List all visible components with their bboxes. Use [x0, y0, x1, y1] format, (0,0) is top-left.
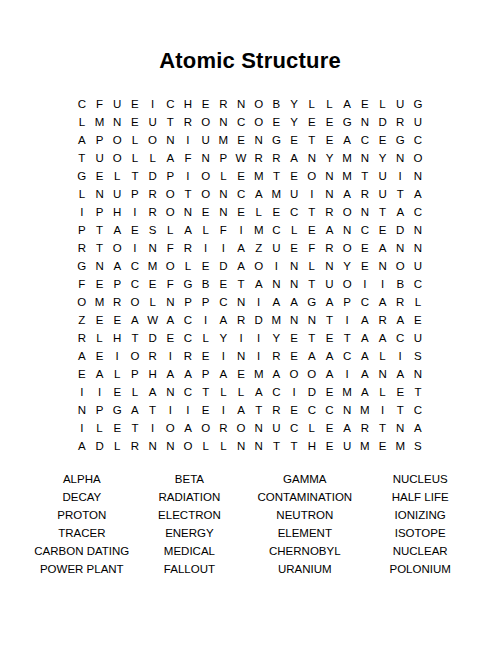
grid-cell[interactable]: E — [409, 311, 427, 329]
grid-cell[interactable]: O — [179, 437, 197, 455]
grid-cell[interactable]: R — [250, 149, 268, 167]
grid-cell[interactable]: I — [126, 239, 144, 257]
grid-cell[interactable]: E — [126, 113, 144, 131]
grid-cell[interactable]: A — [356, 383, 374, 401]
grid-cell[interactable]: A — [391, 311, 409, 329]
grid-cell[interactable]: H — [179, 95, 197, 113]
grid-cell[interactable]: N — [250, 131, 268, 149]
grid-cell[interactable]: T — [303, 275, 321, 293]
grid-cell[interactable]: T — [303, 131, 321, 149]
grid-cell[interactable]: C — [126, 257, 144, 275]
grid-cell[interactable]: O — [73, 293, 91, 311]
grid-cell[interactable]: R — [179, 113, 197, 131]
grid-cell[interactable]: G — [179, 275, 197, 293]
grid-cell[interactable]: E — [321, 329, 339, 347]
grid-cell[interactable]: N — [215, 203, 233, 221]
grid-cell[interactable]: N — [409, 239, 427, 257]
grid-cell[interactable]: A — [409, 419, 427, 437]
grid-cell[interactable]: T — [268, 167, 286, 185]
grid-cell[interactable]: L — [91, 329, 109, 347]
grid-cell[interactable]: I — [215, 347, 233, 365]
grid-cell[interactable]: Y — [338, 257, 356, 275]
grid-cell[interactable]: G — [409, 95, 427, 113]
grid-cell[interactable]: M — [250, 221, 268, 239]
grid-cell[interactable]: C — [268, 383, 286, 401]
grid-cell[interactable]: I — [197, 311, 215, 329]
grid-cell[interactable]: N — [338, 221, 356, 239]
grid-cell[interactable]: I — [161, 401, 179, 419]
grid-cell[interactable]: A — [108, 221, 126, 239]
grid-cell[interactable]: U — [374, 185, 392, 203]
grid-cell[interactable]: L — [197, 329, 215, 347]
grid-cell[interactable]: I — [356, 275, 374, 293]
grid-cell[interactable]: G — [338, 113, 356, 131]
grid-cell[interactable]: E — [356, 257, 374, 275]
grid-cell[interactable]: E — [285, 347, 303, 365]
grid-cell[interactable]: A — [285, 149, 303, 167]
grid-cell[interactable]: N — [250, 419, 268, 437]
grid-cell[interactable]: I — [374, 401, 392, 419]
grid-cell[interactable]: U — [409, 257, 427, 275]
grid-cell[interactable]: S — [144, 221, 162, 239]
grid-cell[interactable]: A — [144, 383, 162, 401]
grid-cell[interactable]: N — [232, 437, 250, 455]
grid-cell[interactable]: I — [161, 347, 179, 365]
grid-cell[interactable]: E — [126, 221, 144, 239]
grid-cell[interactable]: A — [391, 203, 409, 221]
grid-cell[interactable]: N — [285, 257, 303, 275]
grid-cell[interactable]: I — [338, 311, 356, 329]
grid-cell[interactable]: N — [161, 293, 179, 311]
grid-cell[interactable]: E — [197, 203, 215, 221]
grid-cell[interactable]: U — [144, 113, 162, 131]
grid-cell[interactable]: E — [232, 365, 250, 383]
grid-cell[interactable]: T — [356, 167, 374, 185]
grid-cell[interactable]: C — [356, 221, 374, 239]
grid-cell[interactable]: T — [250, 401, 268, 419]
grid-cell[interactable]: U — [108, 185, 126, 203]
grid-cell[interactable]: N — [161, 437, 179, 455]
grid-cell[interactable]: N — [356, 149, 374, 167]
grid-cell[interactable]: L — [303, 95, 321, 113]
grid-cell[interactable]: M — [338, 167, 356, 185]
grid-cell[interactable]: M — [250, 167, 268, 185]
grid-cell[interactable]: O — [303, 365, 321, 383]
grid-cell[interactable]: G — [303, 293, 321, 311]
grid-cell[interactable]: S — [409, 347, 427, 365]
grid-cell[interactable]: U — [409, 113, 427, 131]
grid-cell[interactable]: N — [197, 149, 215, 167]
grid-cell[interactable]: L — [144, 293, 162, 311]
grid-cell[interactable]: F — [161, 239, 179, 257]
grid-cell[interactable]: A — [321, 365, 339, 383]
grid-cell[interactable]: I — [374, 275, 392, 293]
grid-cell[interactable]: I — [232, 329, 250, 347]
grid-cell[interactable]: M — [356, 401, 374, 419]
grid-cell[interactable]: N — [391, 149, 409, 167]
grid-cell[interactable]: E — [356, 95, 374, 113]
grid-cell[interactable]: U — [409, 329, 427, 347]
grid-cell[interactable]: N — [232, 95, 250, 113]
grid-cell[interactable]: E — [232, 131, 250, 149]
grid-cell[interactable]: C — [409, 275, 427, 293]
grid-cell[interactable]: T — [321, 311, 339, 329]
grid-cell[interactable]: L — [409, 293, 427, 311]
grid-cell[interactable]: O — [161, 203, 179, 221]
grid-cell[interactable]: O — [232, 419, 250, 437]
grid-cell[interactable]: M — [268, 311, 286, 329]
grid-cell[interactable]: I — [73, 203, 91, 221]
grid-cell[interactable]: R — [108, 293, 126, 311]
grid-cell[interactable]: O — [250, 257, 268, 275]
grid-cell[interactable]: T — [303, 329, 321, 347]
grid-cell[interactable]: A — [179, 221, 197, 239]
grid-cell[interactable]: H — [108, 203, 126, 221]
grid-cell[interactable]: T — [91, 239, 109, 257]
grid-cell[interactable]: L — [108, 365, 126, 383]
grid-cell[interactable]: D — [250, 311, 268, 329]
grid-cell[interactable]: C — [161, 95, 179, 113]
grid-cell[interactable]: P — [126, 185, 144, 203]
grid-cell[interactable]: Y — [374, 149, 392, 167]
grid-cell[interactable]: D — [144, 167, 162, 185]
grid-cell[interactable]: P — [91, 203, 109, 221]
grid-cell[interactable]: E — [91, 347, 109, 365]
grid-cell[interactable]: L — [126, 149, 144, 167]
grid-cell[interactable]: Y — [321, 149, 339, 167]
grid-cell[interactable]: N — [232, 347, 250, 365]
grid-cell[interactable]: U — [197, 131, 215, 149]
grid-cell[interactable]: L — [197, 437, 215, 455]
grid-cell[interactable]: R — [144, 185, 162, 203]
grid-cell[interactable]: C — [268, 221, 286, 239]
grid-cell[interactable]: I — [268, 257, 286, 275]
grid-cell[interactable]: L — [215, 167, 233, 185]
grid-cell[interactable]: L — [91, 419, 109, 437]
grid-cell[interactable]: I — [73, 383, 91, 401]
grid-cell[interactable]: E — [108, 419, 126, 437]
grid-cell[interactable]: I — [108, 347, 126, 365]
grid-cell[interactable]: T — [144, 401, 162, 419]
grid-cell[interactable]: M — [91, 293, 109, 311]
grid-cell[interactable]: A — [250, 185, 268, 203]
grid-cell[interactable]: E — [144, 275, 162, 293]
grid-cell[interactable]: H — [303, 437, 321, 455]
grid-cell[interactable]: L — [374, 383, 392, 401]
grid-cell[interactable]: E — [285, 329, 303, 347]
grid-cell[interactable]: E — [91, 167, 109, 185]
grid-cell[interactable]: C — [179, 311, 197, 329]
grid-cell[interactable]: A — [268, 293, 286, 311]
grid-cell[interactable]: N — [321, 257, 339, 275]
grid-cell[interactable]: T — [179, 185, 197, 203]
grid-cell[interactable]: N — [391, 419, 409, 437]
grid-cell[interactable]: L — [250, 203, 268, 221]
grid-cell[interactable]: R — [321, 203, 339, 221]
grid-cell[interactable]: F — [161, 275, 179, 293]
grid-cell[interactable]: N — [215, 113, 233, 131]
grid-cell[interactable]: E — [285, 401, 303, 419]
grid-cell[interactable]: I — [215, 239, 233, 257]
grid-cell[interactable]: R — [144, 203, 162, 221]
grid-cell[interactable]: D — [374, 113, 392, 131]
grid-cell[interactable]: T — [391, 185, 409, 203]
grid-cell[interactable]: C — [126, 275, 144, 293]
grid-cell[interactable]: U — [374, 167, 392, 185]
grid-cell[interactable]: R — [126, 437, 144, 455]
grid-cell[interactable]: T — [126, 419, 144, 437]
grid-cell[interactable]: E — [321, 131, 339, 149]
grid-cell[interactable]: B — [197, 275, 215, 293]
grid-cell[interactable]: F — [91, 95, 109, 113]
grid-cell[interactable]: Z — [73, 311, 91, 329]
grid-cell[interactable]: E — [321, 437, 339, 455]
grid-cell[interactable]: O — [126, 293, 144, 311]
grid-cell[interactable]: T — [197, 383, 215, 401]
grid-cell[interactable]: C — [232, 113, 250, 131]
grid-cell[interactable]: A — [338, 419, 356, 437]
grid-cell[interactable]: L — [374, 347, 392, 365]
grid-cell[interactable]: E — [232, 167, 250, 185]
grid-cell[interactable]: L — [303, 257, 321, 275]
grid-cell[interactable]: D — [391, 221, 409, 239]
grid-cell[interactable]: L — [73, 113, 91, 131]
grid-cell[interactable]: N — [285, 275, 303, 293]
grid-cell[interactable]: N — [409, 167, 427, 185]
grid-cell[interactable]: R — [268, 347, 286, 365]
grid-cell[interactable]: B — [268, 95, 286, 113]
grid-cell[interactable]: I — [73, 419, 91, 437]
grid-cell[interactable]: E — [197, 401, 215, 419]
grid-cell[interactable]: F — [73, 275, 91, 293]
grid-cell[interactable]: I — [391, 347, 409, 365]
grid-cell[interactable]: T — [391, 401, 409, 419]
grid-cell[interactable]: C — [356, 293, 374, 311]
grid-cell[interactable]: N — [303, 149, 321, 167]
grid-cell[interactable]: A — [303, 347, 321, 365]
grid-cell[interactable]: T — [91, 221, 109, 239]
grid-cell[interactable]: E — [268, 203, 286, 221]
grid-cell[interactable]: R — [268, 401, 286, 419]
grid-cell[interactable]: L — [321, 95, 339, 113]
grid-cell[interactable]: P — [197, 365, 215, 383]
grid-cell[interactable]: S — [409, 437, 427, 455]
grid-cell[interactable]: C — [409, 131, 427, 149]
grid-cell[interactable]: N — [144, 239, 162, 257]
grid-cell[interactable]: E — [232, 203, 250, 221]
grid-cell[interactable]: A — [161, 311, 179, 329]
grid-cell[interactable]: G — [73, 257, 91, 275]
grid-cell[interactable]: T — [126, 329, 144, 347]
grid-cell[interactable]: L — [215, 437, 233, 455]
grid-cell[interactable]: E — [91, 275, 109, 293]
grid-cell[interactable]: L — [108, 437, 126, 455]
grid-cell[interactable]: R — [232, 311, 250, 329]
grid-cell[interactable]: T — [285, 437, 303, 455]
grid-cell[interactable]: N — [356, 113, 374, 131]
grid-cell[interactable]: A — [232, 401, 250, 419]
grid-cell[interactable]: E — [73, 365, 91, 383]
grid-cell[interactable]: L — [179, 257, 197, 275]
grid-cell[interactable]: D — [215, 257, 233, 275]
grid-cell[interactable]: G — [108, 401, 126, 419]
grid-cell[interactable]: T — [161, 113, 179, 131]
grid-cell[interactable]: U — [91, 149, 109, 167]
grid-cell[interactable]: A — [179, 419, 197, 437]
grid-cell[interactable]: F — [179, 149, 197, 167]
grid-cell[interactable]: N — [215, 185, 233, 203]
grid-cell[interactable]: N — [91, 185, 109, 203]
grid-cell[interactable]: N — [161, 383, 179, 401]
grid-cell[interactable]: O — [338, 203, 356, 221]
grid-cell[interactable]: C — [338, 347, 356, 365]
grid-cell[interactable]: O — [338, 239, 356, 257]
grid-cell[interactable]: D — [303, 383, 321, 401]
grid-cell[interactable]: N — [91, 257, 109, 275]
grid-cell[interactable]: L — [126, 383, 144, 401]
grid-cell[interactable]: I — [303, 185, 321, 203]
grid-cell[interactable]: R — [179, 347, 197, 365]
grid-cell[interactable]: A — [126, 401, 144, 419]
grid-cell[interactable]: T — [303, 203, 321, 221]
grid-cell[interactable]: N — [409, 221, 427, 239]
grid-cell[interactable]: R — [356, 419, 374, 437]
grid-cell[interactable]: E — [321, 113, 339, 131]
grid-cell[interactable]: N — [374, 257, 392, 275]
grid-cell[interactable]: O — [126, 347, 144, 365]
grid-cell[interactable]: E — [268, 113, 286, 131]
grid-cell[interactable]: N — [285, 311, 303, 329]
grid-cell[interactable]: A — [179, 365, 197, 383]
grid-cell[interactable]: O — [409, 149, 427, 167]
grid-cell[interactable]: A — [321, 347, 339, 365]
grid-cell[interactable]: M — [268, 185, 286, 203]
grid-cell[interactable]: A — [73, 131, 91, 149]
grid-cell[interactable]: N — [356, 203, 374, 221]
grid-cell[interactable]: C — [73, 95, 91, 113]
grid-cell[interactable]: C — [215, 293, 233, 311]
grid-cell[interactable]: I — [232, 221, 250, 239]
grid-cell[interactable]: T — [338, 329, 356, 347]
grid-cell[interactable]: N — [108, 113, 126, 131]
grid-cell[interactable]: T — [73, 149, 91, 167]
grid-cell[interactable]: M — [91, 113, 109, 131]
grid-cell[interactable]: C — [232, 185, 250, 203]
grid-cell[interactable]: C — [409, 401, 427, 419]
grid-cell[interactable]: I — [391, 167, 409, 185]
grid-cell[interactable]: U — [108, 95, 126, 113]
grid-cell[interactable]: A — [321, 293, 339, 311]
grid-cell[interactable]: P — [179, 293, 197, 311]
grid-cell[interactable]: N — [232, 293, 250, 311]
grid-cell[interactable]: P — [91, 131, 109, 149]
grid-cell[interactable]: O — [161, 185, 179, 203]
grid-cell[interactable]: I — [179, 401, 197, 419]
grid-cell[interactable]: N — [144, 437, 162, 455]
grid-cell[interactable]: G — [73, 167, 91, 185]
grid-cell[interactable]: Y — [215, 329, 233, 347]
grid-cell[interactable]: E — [215, 275, 233, 293]
grid-cell[interactable]: E — [374, 131, 392, 149]
grid-cell[interactable]: O — [108, 131, 126, 149]
grid-cell[interactable]: O — [197, 185, 215, 203]
grid-cell[interactable]: A — [232, 239, 250, 257]
grid-cell[interactable]: L — [215, 383, 233, 401]
grid-cell[interactable]: P — [73, 221, 91, 239]
grid-cell[interactable]: P — [338, 293, 356, 311]
grid-cell[interactable]: A — [356, 329, 374, 347]
grid-cell[interactable]: N — [409, 365, 427, 383]
grid-cell[interactable]: R — [73, 239, 91, 257]
grid-cell[interactable]: P — [126, 365, 144, 383]
grid-cell[interactable]: N — [161, 131, 179, 149]
grid-cell[interactable]: P — [91, 401, 109, 419]
grid-cell[interactable]: E — [303, 221, 321, 239]
grid-cell[interactable]: T — [232, 275, 250, 293]
grid-cell[interactable]: A — [374, 329, 392, 347]
grid-cell[interactable]: E — [197, 257, 215, 275]
grid-cell[interactable]: A — [161, 365, 179, 383]
grid-cell[interactable]: Y — [285, 95, 303, 113]
grid-cell[interactable]: L — [108, 167, 126, 185]
grid-cell[interactable]: I — [144, 95, 162, 113]
grid-cell[interactable]: T — [374, 203, 392, 221]
grid-cell[interactable]: P — [108, 275, 126, 293]
grid-cell[interactable]: U — [268, 239, 286, 257]
grid-cell[interactable]: M — [144, 257, 162, 275]
grid-cell[interactable]: O — [197, 419, 215, 437]
grid-cell[interactable]: E — [285, 167, 303, 185]
grid-cell[interactable]: H — [108, 329, 126, 347]
grid-cell[interactable]: A — [374, 293, 392, 311]
grid-cell[interactable]: I — [250, 347, 268, 365]
grid-cell[interactable]: A — [356, 347, 374, 365]
grid-cell[interactable]: N — [321, 167, 339, 185]
grid-cell[interactable]: E — [374, 221, 392, 239]
grid-cell[interactable]: G — [391, 131, 409, 149]
grid-cell[interactable]: A — [126, 311, 144, 329]
grid-cell[interactable]: E — [391, 383, 409, 401]
grid-cell[interactable]: E — [285, 239, 303, 257]
grid-cell[interactable]: R — [179, 239, 197, 257]
grid-cell[interactable]: O — [161, 257, 179, 275]
grid-cell[interactable]: I — [126, 203, 144, 221]
grid-cell[interactable]: O — [285, 365, 303, 383]
grid-cell[interactable]: N — [250, 437, 268, 455]
grid-cell[interactable]: E — [161, 329, 179, 347]
grid-cell[interactable]: A — [268, 365, 286, 383]
grid-cell[interactable]: A — [285, 293, 303, 311]
grid-cell[interactable]: M — [338, 383, 356, 401]
grid-cell[interactable]: A — [215, 311, 233, 329]
grid-cell[interactable]: P — [161, 167, 179, 185]
grid-cell[interactable]: E — [197, 95, 215, 113]
grid-cell[interactable]: D — [91, 437, 109, 455]
grid-cell[interactable]: M — [338, 149, 356, 167]
grid-cell[interactable]: A — [338, 185, 356, 203]
grid-cell[interactable]: F — [215, 221, 233, 239]
grid-cell[interactable]: I — [179, 131, 197, 149]
grid-cell[interactable]: A — [250, 383, 268, 401]
grid-cell[interactable]: A — [356, 311, 374, 329]
grid-cell[interactable]: N — [391, 239, 409, 257]
grid-cell[interactable]: H — [144, 365, 162, 383]
grid-cell[interactable]: O — [144, 131, 162, 149]
grid-cell[interactable]: W — [144, 311, 162, 329]
grid-cell[interactable]: M — [250, 365, 268, 383]
grid-cell[interactable]: O — [108, 239, 126, 257]
grid-cell[interactable]: T — [126, 167, 144, 185]
